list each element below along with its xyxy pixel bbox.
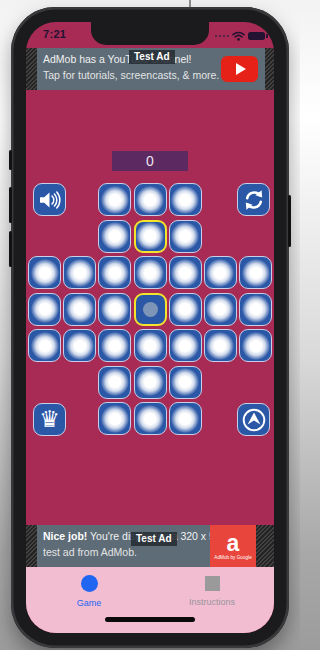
mute-switch xyxy=(9,150,12,170)
peg xyxy=(242,295,270,323)
peg xyxy=(136,368,164,396)
peg xyxy=(101,295,129,323)
status-icons xyxy=(215,31,265,41)
board-cell-r2c5[interactable] xyxy=(169,220,202,253)
board-cell-r3c3[interactable] xyxy=(98,256,131,289)
volume-down-button xyxy=(9,231,12,267)
tab-instructions[interactable]: Instructions xyxy=(172,575,252,607)
board-cell-r5c3[interactable] xyxy=(98,329,131,362)
ad-edge xyxy=(26,525,37,567)
game-tab-circle-icon xyxy=(81,575,98,592)
admob-caption: AdMob by Google xyxy=(214,555,251,560)
board-cell-r2c4[interactable] xyxy=(134,220,167,253)
peg xyxy=(66,332,94,360)
peg xyxy=(101,368,129,396)
board-cell-r3c7[interactable] xyxy=(239,256,272,289)
board-cell-r5c1[interactable] xyxy=(28,329,61,362)
board-cell-r5c6[interactable] xyxy=(204,329,237,362)
board-cell-r5c7[interactable] xyxy=(239,329,272,362)
app-screen: 7:21 AdMob has a YouTube channel! Tap fo… xyxy=(26,22,274,633)
cellular-dots-icon xyxy=(215,35,229,37)
board xyxy=(28,183,272,435)
peg xyxy=(66,295,94,323)
power-button xyxy=(288,195,291,247)
youtube-play-icon xyxy=(236,63,246,75)
peg xyxy=(242,332,270,360)
bottom-ad-bold: Nice job! xyxy=(43,530,87,542)
board-cell-r3c4[interactable] xyxy=(134,256,167,289)
peg xyxy=(171,405,199,433)
board-cell-r3c1[interactable] xyxy=(28,256,61,289)
peg xyxy=(31,332,59,360)
peg xyxy=(101,222,129,250)
youtube-play-button[interactable] xyxy=(221,56,258,82)
peg xyxy=(136,222,164,250)
board-cell-r6c4[interactable] xyxy=(134,366,167,399)
top-ad-line2: Tap for tutorials, screencasts, & more. xyxy=(43,69,219,81)
battery-icon xyxy=(248,32,265,41)
peg xyxy=(136,259,164,287)
home-indicator[interactable] xyxy=(105,617,195,622)
board-cell-r4c1[interactable] xyxy=(28,293,61,326)
bottom-ad-line2: test ad from AdMob. xyxy=(43,546,137,558)
admob-logo-block[interactable]: a AdMob by Google xyxy=(210,525,256,567)
tab-game-label: Game xyxy=(49,598,129,608)
peg xyxy=(171,222,199,250)
peg xyxy=(171,259,199,287)
test-ad-badge: Test Ad xyxy=(131,532,177,546)
ad-edge xyxy=(256,525,274,567)
status-time: 7:21 xyxy=(43,28,66,40)
board-cell-r4c4[interactable] xyxy=(134,293,167,326)
instructions-tab-square-icon xyxy=(205,576,220,591)
empty-hole xyxy=(143,302,158,317)
board-cell-r1c3[interactable] xyxy=(98,183,131,216)
board-cell-r3c2[interactable] xyxy=(63,256,96,289)
peg xyxy=(136,405,164,433)
peg xyxy=(171,295,199,323)
peg xyxy=(101,259,129,287)
board-cell-r6c3[interactable] xyxy=(98,366,131,399)
board-cell-r5c4[interactable] xyxy=(134,329,167,362)
board-cell-r7c5[interactable] xyxy=(169,402,202,435)
tab-game[interactable]: Game xyxy=(49,575,129,608)
board-cell-r3c6[interactable] xyxy=(204,256,237,289)
peg xyxy=(171,332,199,360)
board-cell-r1c5[interactable] xyxy=(169,183,202,216)
peg xyxy=(31,295,59,323)
peg xyxy=(101,405,129,433)
admob-logo-icon: a xyxy=(227,532,240,554)
peg xyxy=(242,259,270,287)
board-cell-r5c2[interactable] xyxy=(63,329,96,362)
peg xyxy=(206,259,234,287)
board-cell-r4c5[interactable] xyxy=(169,293,202,326)
board-cell-r4c7[interactable] xyxy=(239,293,272,326)
board-cell-r4c3[interactable] xyxy=(98,293,131,326)
peg xyxy=(206,295,234,323)
top-ad-banner[interactable]: AdMob has a YouTube channel! Tap for tut… xyxy=(26,48,274,90)
wifi-icon xyxy=(232,31,245,41)
peg xyxy=(136,186,164,214)
notch xyxy=(91,22,209,45)
peg xyxy=(171,186,199,214)
tab-instructions-label: Instructions xyxy=(172,597,252,607)
board-cell-r7c3[interactable] xyxy=(98,402,131,435)
peg xyxy=(101,332,129,360)
board-cell-r3c5[interactable] xyxy=(169,256,202,289)
peg xyxy=(66,259,94,287)
tab-bar: Game Instructions xyxy=(26,567,274,633)
board-cell-r6c5[interactable] xyxy=(169,366,202,399)
score-display: 0 xyxy=(112,151,188,171)
board-cell-r1c4[interactable] xyxy=(134,183,167,216)
bottom-ad-banner[interactable]: Nice job! You're displaying a 320 x 50 t… xyxy=(26,525,274,567)
board-cell-r4c6[interactable] xyxy=(204,293,237,326)
peg xyxy=(101,186,129,214)
ad-edge xyxy=(26,48,37,90)
test-ad-badge: Test Ad xyxy=(129,50,175,64)
peg xyxy=(206,332,234,360)
board-cell-r7c4[interactable] xyxy=(134,402,167,435)
peg xyxy=(31,259,59,287)
peg xyxy=(171,368,199,396)
bottom-ad-line1: Nice job! You're displaying a 320 x 50 xyxy=(43,530,210,542)
volume-up-button xyxy=(9,187,12,223)
iphone-frame: 7:21 AdMob has a YouTube channel! Tap fo… xyxy=(11,7,289,648)
board-cell-r4c2[interactable] xyxy=(63,293,96,326)
board-cell-r5c5[interactable] xyxy=(169,329,202,362)
peg xyxy=(136,332,164,360)
ad-edge xyxy=(265,48,274,90)
board-cell-r2c3[interactable] xyxy=(98,220,131,253)
